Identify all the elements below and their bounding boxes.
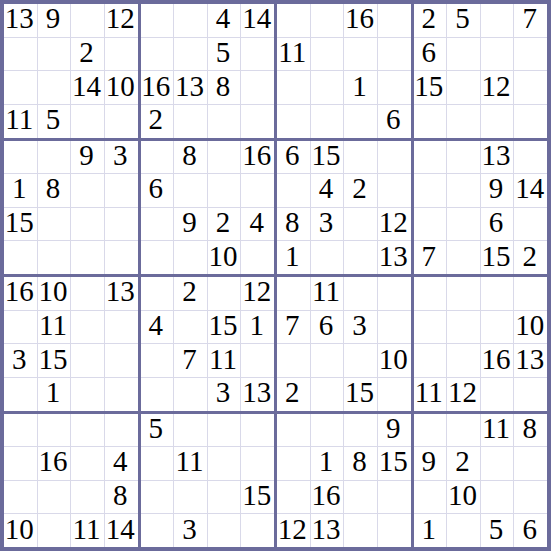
cell-r7c16[interactable] xyxy=(514,208,547,241)
cell-r4c8[interactable] xyxy=(241,105,274,138)
cell-r13c6[interactable] xyxy=(174,414,207,447)
cell-r3c1[interactable] xyxy=(4,71,37,104)
cell-r6c14[interactable] xyxy=(447,174,480,207)
cell-r2c7: 5 xyxy=(208,38,241,71)
cell-r10c12[interactable] xyxy=(378,311,411,344)
cell-r5c3: 9 xyxy=(71,141,104,174)
cell-r6c12[interactable] xyxy=(378,174,411,207)
cell-r5c15: 13 xyxy=(481,141,514,174)
cell-r13c2[interactable] xyxy=(38,414,71,447)
cell-r7c12: 12 xyxy=(378,208,411,241)
cell-r11c14[interactable] xyxy=(447,344,480,377)
box-2-2: 816692410 xyxy=(141,141,275,275)
cell-r7c4[interactable] xyxy=(105,208,138,241)
cell-r9c13[interactable] xyxy=(414,277,447,310)
cell-r10c3[interactable] xyxy=(71,311,104,344)
cell-r11c16: 13 xyxy=(514,344,547,377)
cell-r15c9[interactable] xyxy=(277,481,310,514)
cell-r5c12[interactable] xyxy=(378,141,411,174)
cell-r15c4: 8 xyxy=(105,481,138,514)
cell-r13c13[interactable] xyxy=(414,414,447,447)
cell-r2c2[interactable] xyxy=(38,38,71,71)
cell-r5c7[interactable] xyxy=(208,141,241,174)
cell-r10c6[interactable] xyxy=(174,311,207,344)
cell-r8c2[interactable] xyxy=(38,241,71,274)
cell-r2c6[interactable] xyxy=(174,38,207,71)
cell-r14c7[interactable] xyxy=(208,447,241,480)
cell-r9c15[interactable] xyxy=(481,277,514,310)
cell-r3c11: 1 xyxy=(344,71,377,104)
cell-r12c5[interactable] xyxy=(141,378,174,411)
cell-r2c10[interactable] xyxy=(311,38,344,71)
cell-r3c16[interactable] xyxy=(514,71,547,104)
cell-r10c5: 4 xyxy=(141,311,174,344)
box-4-2: 511153 xyxy=(141,414,275,548)
cell-r7c5[interactable] xyxy=(141,208,174,241)
cell-r6c2: 8 xyxy=(38,174,71,207)
cell-r3c13: 15 xyxy=(414,71,447,104)
cell-r7c1: 15 xyxy=(4,208,37,241)
cell-r5c4: 3 xyxy=(105,141,138,174)
cell-r14c13: 9 xyxy=(414,447,447,480)
cell-r2c8[interactable] xyxy=(241,38,274,71)
cell-r16c10: 13 xyxy=(311,514,344,547)
cell-r6c11: 2 xyxy=(344,174,377,207)
cell-r14c6: 11 xyxy=(174,447,207,480)
cell-r15c15[interactable] xyxy=(481,481,514,514)
cell-r4c5: 2 xyxy=(141,105,174,138)
cell-r1c14: 5 xyxy=(447,4,480,37)
box-3-2: 2124151711313 xyxy=(141,277,275,411)
cell-r7c11[interactable] xyxy=(344,208,377,241)
cell-r3c9[interactable] xyxy=(277,71,310,104)
box-4-4: 1189210156 xyxy=(414,414,548,548)
cell-r9c3[interactable] xyxy=(71,277,104,310)
cell-r5c9: 6 xyxy=(277,141,310,174)
box-2-3: 615428312113 xyxy=(277,141,411,275)
cell-r3c5: 16 xyxy=(141,71,174,104)
cell-r12c1[interactable] xyxy=(4,378,37,411)
cell-r4c12: 6 xyxy=(378,105,411,138)
cell-r16c5[interactable] xyxy=(141,514,174,547)
cell-r4c1: 11 xyxy=(4,105,37,138)
cell-r2c1[interactable] xyxy=(4,38,37,71)
cell-r13c14[interactable] xyxy=(447,414,480,447)
cell-r16c16: 6 xyxy=(514,514,547,547)
cell-r7c14[interactable] xyxy=(447,208,480,241)
cell-r4c7[interactable] xyxy=(208,105,241,138)
cell-r10c16: 10 xyxy=(514,311,547,344)
box-3-4: 1016131112 xyxy=(414,277,548,411)
cell-r6c5: 6 xyxy=(141,174,174,207)
box-2-4: 1391467152 xyxy=(414,141,548,275)
cell-r12c16[interactable] xyxy=(514,378,547,411)
cell-r14c1[interactable] xyxy=(4,447,37,480)
cell-r6c9[interactable] xyxy=(277,174,310,207)
cell-r16c12[interactable] xyxy=(378,514,411,547)
cell-r1c4: 12 xyxy=(105,4,138,37)
cell-r10c2: 11 xyxy=(38,311,71,344)
cell-r8c10[interactable] xyxy=(311,241,344,274)
cell-r5c8: 16 xyxy=(241,141,274,174)
cell-r15c11[interactable] xyxy=(344,481,377,514)
cell-r11c9[interactable] xyxy=(277,344,310,377)
cell-r14c9[interactable] xyxy=(277,447,310,480)
cell-r1c13: 2 xyxy=(414,4,447,37)
cell-r14c10: 1 xyxy=(311,447,344,480)
cell-r8c4[interactable] xyxy=(105,241,138,274)
cell-r6c8[interactable] xyxy=(241,174,274,207)
cell-r6c3[interactable] xyxy=(71,174,104,207)
cell-r13c5: 5 xyxy=(141,414,174,447)
cell-r15c16[interactable] xyxy=(514,481,547,514)
cell-r3c12[interactable] xyxy=(378,71,411,104)
sudoku-board: 1391221410115414516138216111625761512931… xyxy=(0,0,551,551)
cell-r7c9: 8 xyxy=(277,208,310,241)
cell-r4c13[interactable] xyxy=(414,105,447,138)
cell-r15c7[interactable] xyxy=(208,481,241,514)
cell-r4c10[interactable] xyxy=(311,105,344,138)
cell-r11c11[interactable] xyxy=(344,344,377,377)
cell-r3c3: 14 xyxy=(71,71,104,104)
cell-r1c8: 14 xyxy=(241,4,274,37)
cell-r5c6: 8 xyxy=(174,141,207,174)
cell-r8c14[interactable] xyxy=(447,241,480,274)
cell-r16c6: 3 xyxy=(174,514,207,547)
cell-r16c7[interactable] xyxy=(208,514,241,547)
cell-r10c14[interactable] xyxy=(447,311,480,344)
cell-r14c8[interactable] xyxy=(241,447,274,480)
cell-r14c5[interactable] xyxy=(141,447,174,480)
cell-r13c10[interactable] xyxy=(311,414,344,447)
cell-r13c1[interactable] xyxy=(4,414,37,447)
cell-r12c6[interactable] xyxy=(174,378,207,411)
cell-r10c1[interactable] xyxy=(4,311,37,344)
cell-r16c15: 5 xyxy=(481,514,514,547)
cell-r10c9: 7 xyxy=(277,311,310,344)
cell-r4c14[interactable] xyxy=(447,105,480,138)
cell-r9c2: 10 xyxy=(38,277,71,310)
cell-r12c3[interactable] xyxy=(71,378,104,411)
cell-r9c9[interactable] xyxy=(277,277,310,310)
cell-r4c6[interactable] xyxy=(174,105,207,138)
cell-r16c3: 11 xyxy=(71,514,104,547)
cell-r4c15[interactable] xyxy=(481,105,514,138)
cell-r8c7: 10 xyxy=(208,241,241,274)
cell-r16c2[interactable] xyxy=(38,514,71,547)
cell-r10c10: 6 xyxy=(311,311,344,344)
cell-r11c8[interactable] xyxy=(241,344,274,377)
cell-r6c13[interactable] xyxy=(414,174,447,207)
cell-r15c8: 15 xyxy=(241,481,274,514)
cell-r8c16: 2 xyxy=(514,241,547,274)
cell-r10c8: 1 xyxy=(241,311,274,344)
cell-r1c5[interactable] xyxy=(141,4,174,37)
cell-r2c15[interactable] xyxy=(481,38,514,71)
cell-r13c11[interactable] xyxy=(344,414,377,447)
cell-r4c11[interactable] xyxy=(344,105,377,138)
box-1-2: 4145161382 xyxy=(141,4,275,138)
cell-r11c15: 16 xyxy=(481,344,514,377)
cell-r11c1: 3 xyxy=(4,344,37,377)
cell-r2c13: 6 xyxy=(414,38,447,71)
cell-r11c10[interactable] xyxy=(311,344,344,377)
cell-r10c13[interactable] xyxy=(414,311,447,344)
cell-r15c14: 10 xyxy=(447,481,480,514)
cell-r6c15: 9 xyxy=(481,174,514,207)
cell-r8c9: 1 xyxy=(277,241,310,274)
cell-r13c3[interactable] xyxy=(71,414,104,447)
box-4-1: 1648101114 xyxy=(4,414,138,548)
cell-r9c12[interactable] xyxy=(378,277,411,310)
cell-r7c15: 6 xyxy=(481,208,514,241)
cell-r7c10: 3 xyxy=(311,208,344,241)
cell-r3c10[interactable] xyxy=(311,71,344,104)
cell-r11c2: 15 xyxy=(38,344,71,377)
cell-r8c1[interactable] xyxy=(4,241,37,274)
box-2-1: 931815 xyxy=(4,141,138,275)
cell-r13c15: 11 xyxy=(481,414,514,447)
cell-r14c4: 4 xyxy=(105,447,138,480)
cell-r5c13[interactable] xyxy=(414,141,447,174)
cell-r12c15[interactable] xyxy=(481,378,514,411)
cell-r15c5[interactable] xyxy=(141,481,174,514)
cell-r7c7: 2 xyxy=(208,208,241,241)
cell-r2c12[interactable] xyxy=(378,38,411,71)
cell-r1c1: 13 xyxy=(4,4,37,37)
cell-r6c4[interactable] xyxy=(105,174,138,207)
cell-r5c14[interactable] xyxy=(447,141,480,174)
cell-r9c5[interactable] xyxy=(141,277,174,310)
cell-r2c16[interactable] xyxy=(514,38,547,71)
cell-r11c3[interactable] xyxy=(71,344,104,377)
cell-r5c16[interactable] xyxy=(514,141,547,174)
cell-r2c9: 11 xyxy=(277,38,310,71)
box-4-3: 91815161213 xyxy=(277,414,411,548)
cell-r12c14: 12 xyxy=(447,378,480,411)
box-1-1: 1391221410115 xyxy=(4,4,138,138)
cell-r13c4[interactable] xyxy=(105,414,138,447)
cell-r14c3[interactable] xyxy=(71,447,104,480)
cell-r9c16[interactable] xyxy=(514,277,547,310)
cell-r4c4[interactable] xyxy=(105,105,138,138)
cell-r14c16[interactable] xyxy=(514,447,547,480)
box-1-3: 161116 xyxy=(277,4,411,138)
cell-r12c10[interactable] xyxy=(311,378,344,411)
cell-r13c12: 9 xyxy=(378,414,411,447)
cell-r7c3[interactable] xyxy=(71,208,104,241)
box-1-4: 25761512 xyxy=(414,4,548,138)
cell-r9c8: 12 xyxy=(241,277,274,310)
cell-r11c12: 10 xyxy=(378,344,411,377)
cell-r8c11[interactable] xyxy=(344,241,377,274)
cell-r3c4: 10 xyxy=(105,71,138,104)
cell-r12c2: 1 xyxy=(38,378,71,411)
cell-r14c11: 8 xyxy=(344,447,377,480)
cell-r2c14[interactable] xyxy=(447,38,480,71)
cell-r5c10: 15 xyxy=(311,141,344,174)
cell-r11c13[interactable] xyxy=(414,344,447,377)
cell-r15c6[interactable] xyxy=(174,481,207,514)
cell-r8c3[interactable] xyxy=(71,241,104,274)
cell-r1c2: 9 xyxy=(38,4,71,37)
cell-r3c14[interactable] xyxy=(447,71,480,104)
cell-r1c6[interactable] xyxy=(174,4,207,37)
cell-r6c7[interactable] xyxy=(208,174,241,207)
cell-r16c9: 12 xyxy=(277,514,310,547)
cell-r7c8: 4 xyxy=(241,208,274,241)
cell-r1c7: 4 xyxy=(208,4,241,37)
cell-r15c12[interactable] xyxy=(378,481,411,514)
cell-r3c8[interactable] xyxy=(241,71,274,104)
cell-r13c9[interactable] xyxy=(277,414,310,447)
cell-r15c10: 16 xyxy=(311,481,344,514)
cell-r12c8: 13 xyxy=(241,378,274,411)
cell-r16c14[interactable] xyxy=(447,514,480,547)
cell-r2c5[interactable] xyxy=(141,38,174,71)
cell-r13c16: 8 xyxy=(514,414,547,447)
cell-r12c7: 3 xyxy=(208,378,241,411)
cell-r8c8[interactable] xyxy=(241,241,274,274)
cell-r12c13: 11 xyxy=(414,378,447,411)
cell-r11c7: 11 xyxy=(208,344,241,377)
cell-r12c12[interactable] xyxy=(378,378,411,411)
cell-r2c3: 2 xyxy=(71,38,104,71)
cell-r6c10: 4 xyxy=(311,174,344,207)
cell-r6c16: 14 xyxy=(514,174,547,207)
cell-r15c1[interactable] xyxy=(4,481,37,514)
cell-r1c9[interactable] xyxy=(277,4,310,37)
cell-r9c10: 11 xyxy=(311,277,344,310)
cell-r6c6[interactable] xyxy=(174,174,207,207)
cell-r4c2: 5 xyxy=(38,105,71,138)
cell-r13c8[interactable] xyxy=(241,414,274,447)
cell-r5c2[interactable] xyxy=(38,141,71,174)
cell-r1c10[interactable] xyxy=(311,4,344,37)
cell-r9c11[interactable] xyxy=(344,277,377,310)
cell-r1c3[interactable] xyxy=(71,4,104,37)
cell-r8c12: 13 xyxy=(378,241,411,274)
cell-r1c16: 7 xyxy=(514,4,547,37)
cell-r4c16[interactable] xyxy=(514,105,547,138)
cell-r16c8[interactable] xyxy=(241,514,274,547)
cell-r1c11: 16 xyxy=(344,4,377,37)
cell-r3c6: 13 xyxy=(174,71,207,104)
cell-r7c2[interactable] xyxy=(38,208,71,241)
cell-r10c11: 3 xyxy=(344,311,377,344)
cell-r14c15[interactable] xyxy=(481,447,514,480)
cell-r9c6: 2 xyxy=(174,277,207,310)
cell-r2c4[interactable] xyxy=(105,38,138,71)
cell-r14c2: 16 xyxy=(38,447,71,480)
cell-r9c7[interactable] xyxy=(208,277,241,310)
cell-r8c13: 7 xyxy=(414,241,447,274)
cell-r5c11[interactable] xyxy=(344,141,377,174)
cell-r16c11[interactable] xyxy=(344,514,377,547)
cell-r7c6: 9 xyxy=(174,208,207,241)
cell-r14c14: 2 xyxy=(447,447,480,480)
cell-r10c15[interactable] xyxy=(481,311,514,344)
cell-r13c7[interactable] xyxy=(208,414,241,447)
cell-r12c4[interactable] xyxy=(105,378,138,411)
cell-r8c15: 15 xyxy=(481,241,514,274)
cell-r15c2[interactable] xyxy=(38,481,71,514)
cell-r12c11: 15 xyxy=(344,378,377,411)
cell-r16c13: 1 xyxy=(414,514,447,547)
cell-r4c9[interactable] xyxy=(277,105,310,138)
cell-r9c4: 13 xyxy=(105,277,138,310)
cell-r12c9: 2 xyxy=(277,378,310,411)
cell-r14c12: 15 xyxy=(378,447,411,480)
cell-r2c11[interactable] xyxy=(344,38,377,71)
cell-r3c7: 8 xyxy=(208,71,241,104)
cell-r1c15[interactable] xyxy=(481,4,514,37)
cell-r10c4[interactable] xyxy=(105,311,138,344)
cell-r4c3[interactable] xyxy=(71,105,104,138)
cell-r16c1: 10 xyxy=(4,514,37,547)
cell-r3c2[interactable] xyxy=(38,71,71,104)
box-3-1: 161013113151 xyxy=(4,277,138,411)
cell-r11c4[interactable] xyxy=(105,344,138,377)
cell-r7c13[interactable] xyxy=(414,208,447,241)
cell-r5c1[interactable] xyxy=(4,141,37,174)
cell-r8c5[interactable] xyxy=(141,241,174,274)
cell-r5c5[interactable] xyxy=(141,141,174,174)
cell-r3c15: 12 xyxy=(481,71,514,104)
cell-r1c12[interactable] xyxy=(378,4,411,37)
cell-r8c6[interactable] xyxy=(174,241,207,274)
cell-r15c13[interactable] xyxy=(414,481,447,514)
cell-r11c6: 7 xyxy=(174,344,207,377)
cell-r16c4: 14 xyxy=(105,514,138,547)
box-3-3: 1176310215 xyxy=(277,277,411,411)
cell-r15c3[interactable] xyxy=(71,481,104,514)
cell-r9c14[interactable] xyxy=(447,277,480,310)
cell-r11c5[interactable] xyxy=(141,344,174,377)
cell-r9c1: 16 xyxy=(4,277,37,310)
cell-r10c7: 15 xyxy=(208,311,241,344)
cell-r6c1: 1 xyxy=(4,174,37,207)
